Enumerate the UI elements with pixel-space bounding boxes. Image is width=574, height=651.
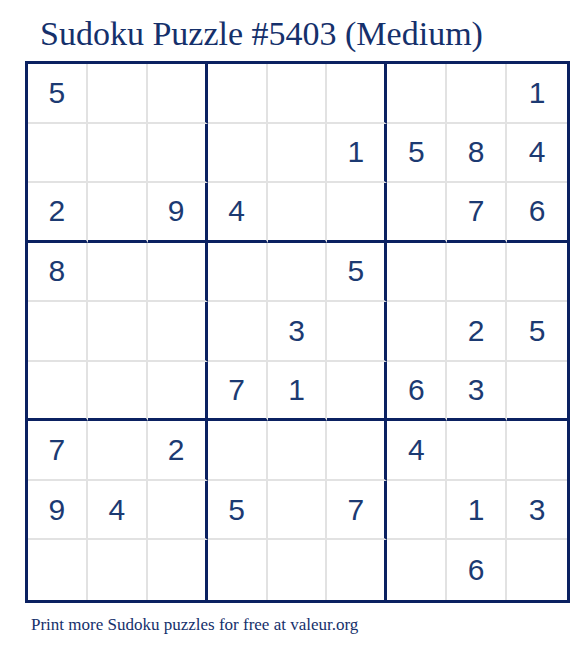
sudoku-cell: 1 (507, 64, 567, 124)
sudoku-cell (88, 302, 148, 362)
sudoku-cell (327, 362, 387, 422)
page-title: Sudoku Puzzle #5403 (Medium) (40, 14, 483, 55)
sudoku-cell (507, 421, 567, 481)
sudoku-cell (148, 124, 208, 184)
sudoku-cell (88, 183, 148, 243)
sudoku-cell (387, 243, 447, 303)
sudoku-cell: 4 (387, 421, 447, 481)
sudoku-board: 511584294768532571637249457136 (25, 61, 570, 603)
sudoku-cell (28, 302, 88, 362)
sudoku-cell (28, 362, 88, 422)
sudoku-cell: 1 (327, 124, 387, 184)
footer-text: Print more Sudoku puzzles for free at va… (31, 615, 358, 635)
sudoku-cell: 9 (148, 183, 208, 243)
sudoku-cell (327, 421, 387, 481)
sudoku-cell: 6 (507, 183, 567, 243)
sudoku-cell (88, 124, 148, 184)
sudoku-cell (88, 540, 148, 600)
sudoku-cell (268, 481, 328, 541)
sudoku-cell (447, 64, 507, 124)
sudoku-cell (447, 243, 507, 303)
sudoku-cell (88, 362, 148, 422)
sudoku-cell: 4 (208, 183, 268, 243)
sudoku-cell (88, 243, 148, 303)
sudoku-cell: 9 (28, 481, 88, 541)
sudoku-cell (387, 540, 447, 600)
sudoku-cell (208, 421, 268, 481)
sudoku-cell (507, 540, 567, 600)
sudoku-cell: 3 (507, 481, 567, 541)
sudoku-cell (268, 183, 328, 243)
sudoku-cell (387, 64, 447, 124)
sudoku-cell (327, 183, 387, 243)
sudoku-cell (268, 124, 328, 184)
sudoku-cell (447, 421, 507, 481)
sudoku-cell (507, 243, 567, 303)
sudoku-cell (268, 243, 328, 303)
sudoku-cell (148, 243, 208, 303)
sudoku-cell (387, 481, 447, 541)
sudoku-cell (327, 64, 387, 124)
sudoku-cell (208, 124, 268, 184)
sudoku-cell: 5 (208, 481, 268, 541)
sudoku-cell: 5 (507, 302, 567, 362)
sudoku-cell: 6 (447, 540, 507, 600)
sudoku-cell (208, 64, 268, 124)
sudoku-cell: 7 (327, 481, 387, 541)
sudoku-cell: 8 (447, 124, 507, 184)
sudoku-cell (28, 540, 88, 600)
sudoku-cell (268, 64, 328, 124)
sudoku-cell (148, 540, 208, 600)
sudoku-cell: 1 (447, 481, 507, 541)
sudoku-cell: 7 (208, 362, 268, 422)
sudoku-cell: 4 (507, 124, 567, 184)
sudoku-cell (208, 540, 268, 600)
sudoku-cell: 5 (327, 243, 387, 303)
sudoku-cell: 4 (88, 481, 148, 541)
sudoku-cell: 2 (447, 302, 507, 362)
sudoku-cell (148, 64, 208, 124)
sudoku-cell (387, 302, 447, 362)
sudoku-cell: 3 (447, 362, 507, 422)
sudoku-cell (88, 64, 148, 124)
sudoku-cell (327, 302, 387, 362)
sudoku-cell (148, 302, 208, 362)
sudoku-cell: 7 (447, 183, 507, 243)
sudoku-cell: 3 (268, 302, 328, 362)
sudoku-cell (148, 481, 208, 541)
sudoku-cell: 5 (387, 124, 447, 184)
sudoku-cell (507, 362, 567, 422)
sudoku-cell (268, 421, 328, 481)
sudoku-cell: 1 (268, 362, 328, 422)
sudoku-cell (28, 124, 88, 184)
sudoku-cell (88, 421, 148, 481)
sudoku-cell: 6 (387, 362, 447, 422)
sudoku-cell (208, 302, 268, 362)
sudoku-cell: 2 (148, 421, 208, 481)
sudoku-cell: 2 (28, 183, 88, 243)
sudoku-cell (387, 183, 447, 243)
sudoku-cell (148, 362, 208, 422)
sudoku-cell: 8 (28, 243, 88, 303)
sudoku-cell: 7 (28, 421, 88, 481)
sudoku-cell (268, 540, 328, 600)
sudoku-cell (327, 540, 387, 600)
sudoku-cell (208, 243, 268, 303)
sudoku-cell: 5 (28, 64, 88, 124)
